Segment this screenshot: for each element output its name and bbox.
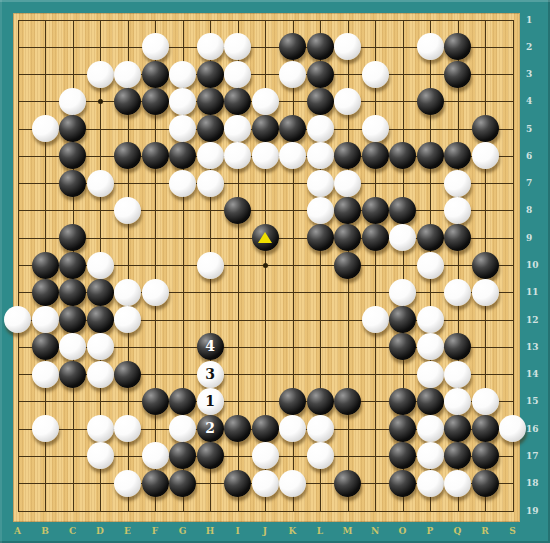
white-stone [169, 115, 196, 142]
white-stone [87, 61, 114, 88]
black-stone [472, 442, 499, 469]
white-stone [114, 415, 141, 442]
move-number: 2 [197, 415, 224, 442]
black-stone [197, 88, 224, 115]
black-stone [114, 361, 141, 388]
move-number: 4 [197, 333, 224, 360]
black-stone [389, 333, 416, 360]
white-stone [307, 170, 334, 197]
white-stone [197, 142, 224, 169]
white-stone [307, 142, 334, 169]
white-stone [224, 33, 251, 60]
black-stone [32, 279, 59, 306]
white-stone [224, 61, 251, 88]
white-stone [87, 415, 114, 442]
white-stone [334, 88, 361, 115]
row-label: 19 [526, 506, 539, 516]
row-label: 18 [526, 478, 539, 488]
column-label: A [14, 526, 21, 536]
grid-hline [18, 511, 514, 512]
column-label: Q [454, 526, 462, 536]
white-stone [142, 279, 169, 306]
column-label: M [343, 526, 353, 536]
row-label: 15 [526, 396, 539, 406]
black-stone [334, 470, 361, 497]
black-stone [142, 61, 169, 88]
black-stone [59, 142, 86, 169]
white-stone [444, 279, 471, 306]
black-stone [169, 388, 196, 415]
white-stone [32, 361, 59, 388]
row-label: 10 [526, 260, 539, 270]
black-stone [252, 415, 279, 442]
black-stone [59, 361, 86, 388]
white-stone [252, 470, 279, 497]
row-label: 3 [526, 69, 532, 79]
white-stone [114, 197, 141, 224]
white-stone [279, 470, 306, 497]
column-label: L [317, 526, 323, 536]
black-stone [279, 33, 306, 60]
white-stone [197, 252, 224, 279]
white-stone [87, 361, 114, 388]
white-stone [114, 306, 141, 333]
white-stone [252, 88, 279, 115]
white-stone [444, 170, 471, 197]
row-label: 1 [526, 15, 532, 25]
grid-vline [375, 20, 376, 512]
black-stone [389, 442, 416, 469]
row-label: 8 [526, 205, 532, 215]
black-stone [334, 388, 361, 415]
white-stone [417, 306, 444, 333]
black-stone [59, 279, 86, 306]
white-stone [499, 415, 526, 442]
row-label: 16 [526, 424, 539, 434]
black-stone [59, 252, 86, 279]
white-stone [362, 115, 389, 142]
white-stone [59, 333, 86, 360]
black-stone [472, 415, 499, 442]
star-point [98, 99, 103, 104]
black-stone [472, 252, 499, 279]
white-stone [32, 415, 59, 442]
row-label: 9 [526, 233, 532, 243]
white-stone [444, 388, 471, 415]
white-stone [224, 142, 251, 169]
white-stone [472, 279, 499, 306]
black-stone [307, 88, 334, 115]
black-stone [169, 442, 196, 469]
column-label: K [289, 526, 297, 536]
white-stone [252, 142, 279, 169]
row-label: 12 [526, 315, 539, 325]
black-stone [389, 306, 416, 333]
white-stone [279, 142, 306, 169]
column-label: H [206, 526, 215, 536]
column-label: D [96, 526, 104, 536]
black-stone [142, 88, 169, 115]
black-stone [224, 470, 251, 497]
white-stone [59, 88, 86, 115]
white-stone [169, 88, 196, 115]
white-stone [417, 442, 444, 469]
black-stone [389, 197, 416, 224]
black-stone [169, 142, 196, 169]
row-label: 13 [526, 342, 539, 352]
black-stone [59, 306, 86, 333]
row-label: 6 [526, 151, 532, 161]
white-stone [444, 470, 471, 497]
column-label: N [371, 526, 379, 536]
column-label: J [263, 526, 267, 536]
black-stone [307, 388, 334, 415]
column-label: B [41, 526, 49, 536]
black-stone [197, 61, 224, 88]
black-stone [224, 415, 251, 442]
black-stone [389, 470, 416, 497]
white-stone [307, 442, 334, 469]
white-stone [87, 333, 114, 360]
white-stone [279, 415, 306, 442]
black-stone [114, 88, 141, 115]
white-stone [307, 197, 334, 224]
white-stone [444, 197, 471, 224]
black-stone [417, 142, 444, 169]
black-stone [142, 142, 169, 169]
white-stone [197, 170, 224, 197]
black-stone [307, 61, 334, 88]
white-stone [87, 170, 114, 197]
black-stone [417, 88, 444, 115]
black-stone [59, 224, 86, 251]
black-stone [444, 442, 471, 469]
column-label: G [179, 526, 187, 536]
white-stone [307, 415, 334, 442]
white-stone [169, 415, 196, 442]
goban: 1234 [13, 13, 520, 522]
row-label: 17 [526, 451, 539, 461]
row-label: 2 [526, 42, 532, 52]
black-stone [444, 415, 471, 442]
black-stone [417, 388, 444, 415]
black-stone [87, 306, 114, 333]
black-stone [169, 470, 196, 497]
black-stone [59, 115, 86, 142]
black-stone [142, 388, 169, 415]
black-stone [472, 470, 499, 497]
star-point [263, 263, 268, 268]
white-stone [334, 170, 361, 197]
black-stone [32, 333, 59, 360]
row-label: 5 [526, 124, 532, 134]
white-stone [444, 361, 471, 388]
row-label: 4 [526, 96, 532, 106]
black-stone [59, 170, 86, 197]
white-stone [362, 61, 389, 88]
black-stone [444, 333, 471, 360]
column-label: C [69, 526, 76, 536]
move-number: 1 [197, 388, 224, 415]
black-stone [389, 388, 416, 415]
white-stone [87, 442, 114, 469]
white-stone [417, 33, 444, 60]
black-stone [142, 470, 169, 497]
black-stone [334, 252, 361, 279]
column-label: F [152, 526, 158, 536]
white-stone [32, 115, 59, 142]
white-stone [417, 333, 444, 360]
white-stone [224, 115, 251, 142]
column-label: O [399, 526, 407, 536]
white-stone [169, 170, 196, 197]
black-stone [224, 197, 251, 224]
black-stone [334, 197, 361, 224]
white-stone [279, 61, 306, 88]
black-stone [389, 415, 416, 442]
column-label: R [481, 526, 488, 536]
white-stone [114, 470, 141, 497]
white-stone [472, 142, 499, 169]
black-stone [252, 115, 279, 142]
black-stone [362, 197, 389, 224]
white-stone [334, 33, 361, 60]
row-label: 11 [526, 287, 539, 297]
column-label: P [427, 526, 434, 536]
triangle-marker [258, 232, 272, 243]
white-stone [417, 252, 444, 279]
black-stone [444, 61, 471, 88]
black-stone [224, 88, 251, 115]
white-stone [389, 279, 416, 306]
move-number: 3 [197, 361, 224, 388]
white-stone [87, 252, 114, 279]
black-stone [334, 142, 361, 169]
black-stone [417, 224, 444, 251]
black-stone [362, 142, 389, 169]
black-stone [444, 142, 471, 169]
black-stone [334, 224, 361, 251]
black-stone [87, 279, 114, 306]
column-label: S [509, 526, 516, 536]
black-stone [389, 142, 416, 169]
black-stone [114, 142, 141, 169]
white-stone [114, 61, 141, 88]
white-stone [389, 224, 416, 251]
white-stone [142, 442, 169, 469]
black-stone [32, 252, 59, 279]
column-label: I [235, 526, 239, 536]
black-stone [472, 115, 499, 142]
white-stone [472, 388, 499, 415]
black-stone [444, 224, 471, 251]
black-stone [307, 33, 334, 60]
row-label: 7 [526, 178, 532, 188]
black-stone [279, 115, 306, 142]
column-label: E [124, 526, 131, 536]
white-stone [142, 33, 169, 60]
white-stone [252, 442, 279, 469]
white-stone [169, 61, 196, 88]
white-stone [197, 33, 224, 60]
white-stone [114, 279, 141, 306]
black-stone [307, 224, 334, 251]
black-stone [362, 224, 389, 251]
white-stone [307, 115, 334, 142]
white-stone [417, 470, 444, 497]
row-label: 14 [526, 369, 539, 379]
white-stone [362, 306, 389, 333]
board-frame: 1234 ABCDEFGHIJKLMNOPQRS 123456789101112… [0, 0, 550, 543]
white-stone [417, 415, 444, 442]
white-stone [32, 306, 59, 333]
black-stone [197, 442, 224, 469]
black-stone [279, 388, 306, 415]
white-stone [4, 306, 31, 333]
white-stone [417, 361, 444, 388]
black-stone [197, 115, 224, 142]
black-stone [444, 33, 471, 60]
